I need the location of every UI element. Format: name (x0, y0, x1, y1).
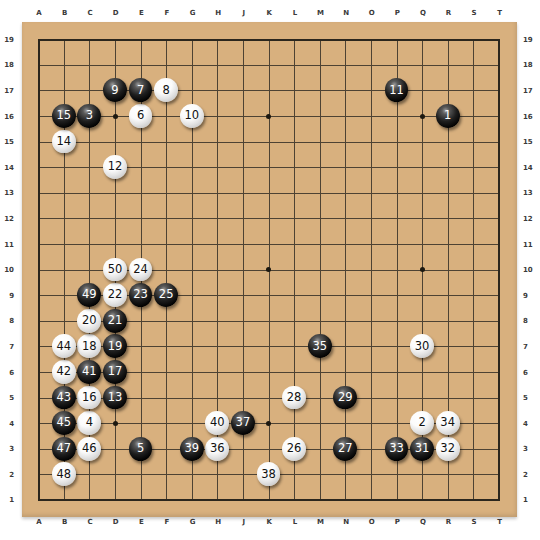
stone-white-C7: 18 (77, 334, 101, 358)
stone-white-L3: 26 (282, 437, 306, 461)
row-label: 9 (0, 283, 16, 309)
stone-black-B3: 47 (52, 437, 76, 461)
stone-black-Q3: 31 (410, 437, 434, 461)
row-label: 11 (0, 232, 16, 258)
column-label: H (205, 9, 231, 21)
stone-white-G16: 10 (180, 104, 204, 128)
column-label: L (282, 9, 308, 21)
row-label: 18 (521, 53, 537, 79)
column-label: N (333, 518, 359, 530)
column-label: R (436, 9, 462, 21)
column-label: E (129, 9, 155, 21)
row-labels-left: 19181716151413121110987654321 (0, 27, 16, 513)
stone-black-D17: 9 (103, 78, 127, 102)
stone-white-H4: 40 (205, 411, 229, 435)
row-label: 13 (521, 181, 537, 207)
row-label: 5 (521, 385, 537, 411)
column-label: B (52, 9, 78, 21)
column-label: J (231, 518, 257, 530)
stone-white-R4: 34 (436, 411, 460, 435)
column-labels-bottom: ABCDEFGHJKLMNOPQRST (26, 518, 512, 530)
stone-white-F17: 8 (154, 78, 178, 102)
column-label: E (129, 518, 155, 530)
stone-black-E3: 5 (129, 437, 153, 461)
row-label: 18 (0, 53, 16, 79)
column-label: M (308, 9, 334, 21)
row-label: 8 (521, 309, 537, 335)
column-label: G (180, 9, 206, 21)
column-labels-top: ABCDEFGHJKLMNOPQRST (26, 9, 512, 21)
stone-white-C4: 4 (77, 411, 101, 435)
stone-white-L5: 28 (282, 386, 306, 410)
column-label: Q (410, 9, 436, 21)
stones-grid: 1234567891011121314151617181920212223242… (25, 26, 511, 512)
row-label: 6 (521, 360, 537, 386)
row-labels-right: 19181716151413121110987654321 (521, 27, 537, 513)
row-label: 3 (521, 437, 537, 463)
column-label: T (487, 518, 513, 530)
stone-white-C8: 20 (77, 309, 101, 333)
stone-white-D14: 12 (103, 155, 127, 179)
column-label: H (205, 518, 231, 530)
stone-white-R3: 32 (436, 437, 460, 461)
column-label: O (359, 518, 385, 530)
stone-white-D9: 22 (103, 283, 127, 307)
column-label: D (103, 9, 129, 21)
column-label: A (26, 518, 52, 530)
column-label: Q (410, 518, 436, 530)
column-label: F (154, 9, 180, 21)
column-label: P (385, 518, 411, 530)
stone-black-G3: 39 (180, 437, 204, 461)
stone-white-C5: 16 (77, 386, 101, 410)
column-label: R (436, 518, 462, 530)
row-label: 16 (521, 104, 537, 130)
stone-white-Q4: 2 (410, 411, 434, 435)
stone-black-C9: 49 (77, 283, 101, 307)
column-label: P (385, 9, 411, 21)
column-label: K (257, 518, 283, 530)
stone-black-D7: 19 (103, 334, 127, 358)
stone-black-J4: 37 (231, 411, 255, 435)
column-label: S (461, 518, 487, 530)
stone-black-D6: 17 (103, 360, 127, 384)
column-label: D (103, 518, 129, 530)
column-label: T (487, 9, 513, 21)
stone-white-B2: 48 (52, 462, 76, 486)
stone-white-D10: 50 (103, 258, 127, 282)
row-label: 19 (0, 27, 16, 53)
row-label: 3 (0, 437, 16, 463)
column-label: F (154, 518, 180, 530)
row-label: 7 (0, 334, 16, 360)
stone-black-D8: 21 (103, 309, 127, 333)
row-label: 5 (0, 385, 16, 411)
column-label: C (77, 9, 103, 21)
stone-white-B6: 42 (52, 360, 76, 384)
column-label: O (359, 9, 385, 21)
stone-white-C3: 46 (77, 437, 101, 461)
stone-black-F9: 25 (154, 283, 178, 307)
row-label: 14 (0, 155, 16, 181)
stone-black-P17: 11 (385, 78, 409, 102)
row-label: 12 (521, 206, 537, 232)
go-board[interactable]: 1234567891011121314151617181920212223242… (22, 22, 517, 517)
stone-black-N3: 27 (333, 437, 357, 461)
row-label: 1 (521, 488, 537, 514)
stone-black-B5: 43 (52, 386, 76, 410)
stone-black-C6: 41 (77, 360, 101, 384)
stone-white-B7: 44 (52, 334, 76, 358)
column-label: S (461, 9, 487, 21)
row-label: 8 (0, 309, 16, 335)
column-label: G (180, 518, 206, 530)
stone-black-D5: 13 (103, 386, 127, 410)
stone-black-M7: 35 (308, 334, 332, 358)
stone-black-P3: 33 (385, 437, 409, 461)
row-label: 9 (521, 283, 537, 309)
row-label: 10 (0, 257, 16, 283)
stone-black-C16: 3 (77, 104, 101, 128)
stone-white-Q7: 30 (410, 334, 434, 358)
row-label: 2 (521, 462, 537, 488)
stone-black-E9: 23 (129, 283, 153, 307)
row-label: 2 (0, 462, 16, 488)
stone-white-E16: 6 (129, 104, 153, 128)
row-label: 6 (0, 360, 16, 386)
row-label: 4 (0, 411, 16, 437)
stone-black-E17: 7 (129, 78, 153, 102)
row-label: 17 (0, 78, 16, 104)
stone-black-R16: 1 (436, 104, 460, 128)
column-label: C (77, 518, 103, 530)
stone-white-K2: 38 (257, 462, 281, 486)
column-label: J (231, 9, 257, 21)
row-label: 15 (0, 129, 16, 155)
row-label: 4 (521, 411, 537, 437)
stone-black-N5: 29 (333, 386, 357, 410)
stone-white-H3: 36 (205, 437, 229, 461)
row-label: 10 (521, 257, 537, 283)
column-label: B (52, 518, 78, 530)
row-label: 14 (521, 155, 537, 181)
stone-black-B4: 45 (52, 411, 76, 435)
row-label: 17 (521, 78, 537, 104)
row-label: 16 (0, 104, 16, 130)
row-label: 19 (521, 27, 537, 53)
row-label: 12 (0, 206, 16, 232)
column-label: M (308, 518, 334, 530)
column-label: N (333, 9, 359, 21)
row-label: 15 (521, 129, 537, 155)
row-label: 11 (521, 232, 537, 258)
row-label: 13 (0, 181, 16, 207)
row-label: 7 (521, 334, 537, 360)
row-label: 1 (0, 488, 16, 514)
go-kifu-diagram: ABCDEFGHJKLMNOPQRST ABCDEFGHJKLMNOPQRST … (0, 0, 540, 540)
stone-black-B16: 15 (52, 104, 76, 128)
column-label: A (26, 9, 52, 21)
stone-white-B15: 14 (52, 130, 76, 154)
stone-white-E10: 24 (129, 258, 153, 282)
column-label: L (282, 518, 308, 530)
column-label: K (257, 9, 283, 21)
